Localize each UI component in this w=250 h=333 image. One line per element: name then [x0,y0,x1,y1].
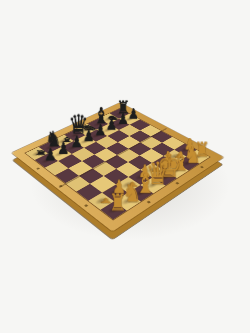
hinge-pin-icon [84,204,89,207]
board-grid: ♜♞♝♛♚♝♞♜♟♟♟♟♟♟♟♟♟♟♟♟♟♟♟♟♜♞♝♛♚♝♞♜ [26,109,210,220]
board-frame: ♜♞♝♛♚♝♞♜♟♟♟♟♟♟♟♟♟♟♟♟♟♟♟♟♜♞♝♛♚♝♞♜ [12,102,224,231]
hinge-pin-icon [59,185,64,188]
square-h1: ♜ [186,150,209,164]
piece-black-rook: ♜ [116,99,129,115]
clasp-pin-icon [146,201,151,204]
piece-white-pawn: ♟ [172,154,185,159]
hinge-pin-icon [36,167,40,170]
clasp-pin-icon [200,166,204,169]
piece-black-pawn: ♟ [128,108,139,121]
board-scene: ♜♞♝♛♚♝♞♜♟♟♟♟♟♟♟♟♟♟♟♟♟♟♟♟♜♞♝♛♚♝♞♜ [42,80,192,230]
chess-set-photo: ♜♞♝♛♚♝♞♜♟♟♟♟♟♟♟♟♟♟♟♟♟♟♟♟♜♞♝♛♚♝♞♜ [0,0,250,333]
clasp-pin-icon [175,182,180,185]
